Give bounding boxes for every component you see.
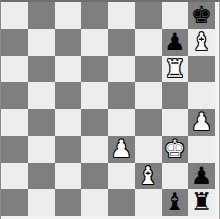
square-b8[interactable] [28, 2, 55, 29]
square-h2[interactable]: ♟ [188, 163, 215, 190]
square-e3[interactable]: ♟ [108, 136, 135, 163]
black-king[interactable]: ♚ [191, 2, 213, 29]
square-g5[interactable] [162, 82, 189, 109]
square-b6[interactable] [28, 56, 55, 83]
square-h4[interactable]: ♟ [188, 109, 215, 136]
square-g2[interactable] [162, 163, 189, 190]
white-king[interactable]: ♚ [164, 136, 186, 163]
square-e8[interactable] [108, 2, 135, 29]
square-f3[interactable] [135, 136, 162, 163]
square-d1[interactable] [81, 189, 108, 216]
square-a1[interactable] [1, 189, 28, 216]
square-b3[interactable] [28, 136, 55, 163]
square-h3[interactable] [188, 136, 215, 163]
square-h8[interactable]: ♚ [188, 2, 215, 29]
square-d7[interactable] [81, 29, 108, 56]
square-c1[interactable] [55, 189, 82, 216]
square-g3[interactable]: ♚ [162, 136, 189, 163]
square-c7[interactable] [55, 29, 82, 56]
square-c8[interactable] [55, 2, 82, 29]
square-f7[interactable] [135, 29, 162, 56]
square-a8[interactable] [1, 2, 28, 29]
square-a2[interactable] [1, 163, 28, 190]
square-d2[interactable] [81, 163, 108, 190]
square-d3[interactable] [81, 136, 108, 163]
square-a3[interactable] [1, 136, 28, 163]
square-d6[interactable] [81, 56, 108, 83]
square-e5[interactable] [108, 82, 135, 109]
square-c5[interactable] [55, 82, 82, 109]
square-e7[interactable] [108, 29, 135, 56]
square-d4[interactable] [81, 109, 108, 136]
black-pawn[interactable]: ♟ [164, 29, 186, 56]
white-pawn[interactable]: ♟ [191, 109, 213, 136]
square-h5[interactable] [188, 82, 215, 109]
square-h1[interactable]: ♜ [188, 189, 215, 216]
black-bishop[interactable]: ♝ [164, 189, 186, 216]
white-rook[interactable]: ♜ [164, 56, 186, 83]
square-g1[interactable]: ♝ [162, 189, 189, 216]
square-c4[interactable] [55, 109, 82, 136]
chess-board-window: ♚♟♝♜♟♟♚♝♟♝♜ [0, 0, 220, 219]
white-bishop[interactable]: ♝ [137, 163, 159, 190]
square-g8[interactable] [162, 2, 189, 29]
square-c3[interactable] [55, 136, 82, 163]
square-f1[interactable] [135, 189, 162, 216]
chess-board: ♚♟♝♜♟♟♚♝♟♝♜ [1, 2, 215, 216]
square-a6[interactable] [1, 56, 28, 83]
square-b2[interactable] [28, 163, 55, 190]
black-rook[interactable]: ♜ [191, 189, 213, 216]
square-a7[interactable] [1, 29, 28, 56]
square-c2[interactable] [55, 163, 82, 190]
square-f6[interactable] [135, 56, 162, 83]
square-h6[interactable] [188, 56, 215, 83]
square-f4[interactable] [135, 109, 162, 136]
square-f8[interactable] [135, 2, 162, 29]
square-e6[interactable] [108, 56, 135, 83]
square-b7[interactable] [28, 29, 55, 56]
square-g6[interactable]: ♜ [162, 56, 189, 83]
square-e2[interactable] [108, 163, 135, 190]
square-e1[interactable] [108, 189, 135, 216]
square-b5[interactable] [28, 82, 55, 109]
square-h7[interactable]: ♝ [188, 29, 215, 56]
square-e4[interactable] [108, 109, 135, 136]
square-f5[interactable] [135, 82, 162, 109]
square-d5[interactable] [81, 82, 108, 109]
square-a4[interactable] [1, 109, 28, 136]
square-f2[interactable]: ♝ [135, 163, 162, 190]
square-c6[interactable] [55, 56, 82, 83]
black-pawn[interactable]: ♟ [191, 163, 213, 190]
white-bishop[interactable]: ♝ [191, 29, 213, 56]
square-g4[interactable] [162, 109, 189, 136]
square-a5[interactable] [1, 82, 28, 109]
square-g7[interactable]: ♟ [162, 29, 189, 56]
square-b4[interactable] [28, 109, 55, 136]
white-pawn[interactable]: ♟ [111, 136, 133, 163]
square-d8[interactable] [81, 2, 108, 29]
square-b1[interactable] [28, 189, 55, 216]
